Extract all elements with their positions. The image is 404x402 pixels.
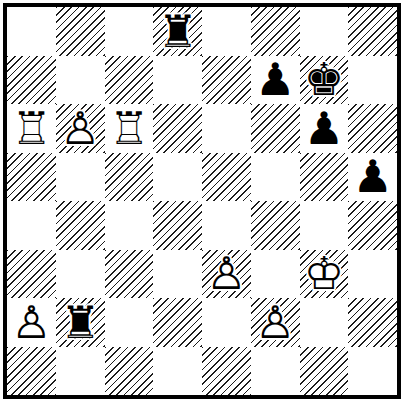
square-c7[interactable] [105,56,154,105]
black-pawn-icon: ♟ [352,154,392,199]
square-c6[interactable]: ♜♖ [105,104,154,153]
chessboard: ♜♜♟♟♚♚♜♖♟♙♜♖♟♟♟♟♟♙♚♔♟♙♜♜♟♙ [7,7,397,395]
square-g8[interactable] [300,7,349,56]
piece-white-pawn-a2[interactable]: ♟♙ [7,298,56,347]
piece-white-king-g3[interactable]: ♚♔ [300,250,349,299]
square-f2[interactable]: ♟♙ [251,298,300,347]
square-g6[interactable]: ♟♟ [300,104,349,153]
square-g5[interactable] [300,153,349,202]
square-b4[interactable] [56,201,105,250]
square-c2[interactable] [105,298,154,347]
piece-black-pawn-g6[interactable]: ♟♟ [300,104,349,153]
square-f1[interactable] [251,347,300,396]
piece-black-rook-d8[interactable]: ♜♜ [153,7,202,56]
square-f7[interactable]: ♟♟ [251,56,300,105]
piece-black-pawn-h5[interactable]: ♟♟ [348,153,397,202]
square-e3[interactable]: ♟♙ [202,250,251,299]
square-a3[interactable] [7,250,56,299]
square-e6[interactable] [202,104,251,153]
white-rook-icon: ♖ [109,106,149,151]
square-b1[interactable] [56,347,105,396]
black-rook-icon: ♜ [60,300,100,345]
square-c4[interactable] [105,201,154,250]
square-e1[interactable] [202,347,251,396]
square-g4[interactable] [300,201,349,250]
square-e7[interactable] [202,56,251,105]
square-g7[interactable]: ♚♚ [300,56,349,105]
black-pawn-icon: ♟ [304,106,344,151]
square-a6[interactable]: ♜♖ [7,104,56,153]
square-f4[interactable] [251,201,300,250]
square-f6[interactable] [251,104,300,153]
square-f8[interactable] [251,7,300,56]
square-d5[interactable] [153,153,202,202]
square-a5[interactable] [7,153,56,202]
square-a2[interactable]: ♟♙ [7,298,56,347]
square-h7[interactable] [348,56,397,105]
square-e2[interactable] [202,298,251,347]
square-e8[interactable] [202,7,251,56]
square-a7[interactable] [7,56,56,105]
white-king-icon: ♔ [304,251,344,296]
square-a1[interactable] [7,347,56,396]
black-king-icon: ♚ [304,57,344,102]
piece-white-rook-a6[interactable]: ♜♖ [7,104,56,153]
square-h2[interactable] [348,298,397,347]
square-c8[interactable] [105,7,154,56]
piece-black-rook-b2[interactable]: ♜♜ [56,298,105,347]
square-g2[interactable] [300,298,349,347]
square-e4[interactable] [202,201,251,250]
square-c3[interactable] [105,250,154,299]
square-d3[interactable] [153,250,202,299]
square-b5[interactable] [56,153,105,202]
square-h3[interactable] [348,250,397,299]
square-f5[interactable] [251,153,300,202]
white-pawn-icon: ♙ [60,106,100,151]
square-h8[interactable] [348,7,397,56]
piece-black-pawn-f7[interactable]: ♟♟ [251,56,300,105]
square-b7[interactable] [56,56,105,105]
black-pawn-icon: ♟ [255,57,295,102]
square-h1[interactable] [348,347,397,396]
piece-white-rook-c6[interactable]: ♜♖ [105,104,154,153]
square-c1[interactable] [105,347,154,396]
square-b3[interactable] [56,250,105,299]
square-b2[interactable]: ♜♜ [56,298,105,347]
square-d2[interactable] [153,298,202,347]
square-d1[interactable] [153,347,202,396]
square-b8[interactable] [56,7,105,56]
square-f3[interactable] [251,250,300,299]
square-g3[interactable]: ♚♔ [300,250,349,299]
square-d8[interactable]: ♜♜ [153,7,202,56]
white-rook-icon: ♖ [11,106,51,151]
piece-white-pawn-f2[interactable]: ♟♙ [251,298,300,347]
piece-white-pawn-e3[interactable]: ♟♙ [202,250,251,299]
square-c5[interactable] [105,153,154,202]
square-e5[interactable] [202,153,251,202]
piece-white-pawn-b6[interactable]: ♟♙ [56,104,105,153]
square-g1[interactable] [300,347,349,396]
square-d4[interactable] [153,201,202,250]
square-h5[interactable]: ♟♟ [348,153,397,202]
square-d7[interactable] [153,56,202,105]
piece-black-king-g7[interactable]: ♚♚ [300,56,349,105]
black-rook-icon: ♜ [157,9,197,54]
square-a8[interactable] [7,7,56,56]
square-h6[interactable] [348,104,397,153]
square-b6[interactable]: ♟♙ [56,104,105,153]
white-pawn-icon: ♙ [255,300,295,345]
white-pawn-icon: ♙ [11,300,51,345]
square-h4[interactable] [348,201,397,250]
square-a4[interactable] [7,201,56,250]
square-d6[interactable] [153,104,202,153]
chessboard-border: ♜♜♟♟♚♚♜♖♟♙♜♖♟♟♟♟♟♙♚♔♟♙♜♜♟♙ [3,3,401,399]
chessboard-frame: ♜♜♟♟♚♚♜♖♟♙♜♖♟♟♟♟♟♙♚♔♟♙♜♜♟♙ [0,0,404,402]
white-pawn-icon: ♙ [206,251,246,296]
